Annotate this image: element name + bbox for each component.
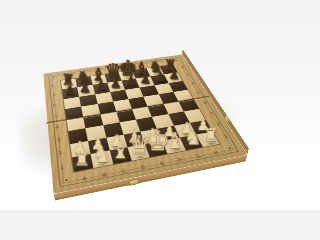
piece-cell: ♟ <box>107 80 125 91</box>
chess-board: 87654321 87654321 ABCDEFGH ♜♞♝♛♚♝♞♜♟♟♟♟♟… <box>43 55 247 194</box>
piece-cell: ♟ <box>121 78 139 89</box>
white-queen-d1: ♛ <box>128 133 151 158</box>
black-pawn-h7: ♟ <box>169 68 180 81</box>
brass-latch-front <box>128 178 139 186</box>
product-photo-scene: 87654321 87654321 ABCDEFGH ♜♞♝♛♚♝♞♜♟♟♟♟♟… <box>0 0 270 210</box>
black-pawn-f7: ♟ <box>140 72 152 85</box>
black-pawn-g7: ♟ <box>155 70 166 83</box>
white-bishop-c1: ♝ <box>111 140 131 162</box>
white-rook-h1: ♜ <box>202 127 218 145</box>
black-pawn-e7: ♟ <box>125 74 137 87</box>
piece-cell: ♟ <box>150 74 169 85</box>
black-pawn-c7: ♟ <box>95 79 107 92</box>
white-knight-b1: ♞ <box>92 144 111 165</box>
perspective-stage: 87654321 87654321 ABCDEFGH ♜♞♝♛♚♝♞♜♟♟♟♟♟… <box>0 0 270 210</box>
white-knight-g1: ♞ <box>184 128 202 148</box>
black-pawn-d7: ♟ <box>110 76 122 89</box>
white-rook-a1: ♜ <box>74 150 91 169</box>
piece-cell: ♟ <box>92 83 110 94</box>
piece-cell: ♟ <box>61 87 78 99</box>
black-pawn-a7: ♟ <box>64 83 76 96</box>
black-pawn-b7: ♟ <box>80 81 92 94</box>
